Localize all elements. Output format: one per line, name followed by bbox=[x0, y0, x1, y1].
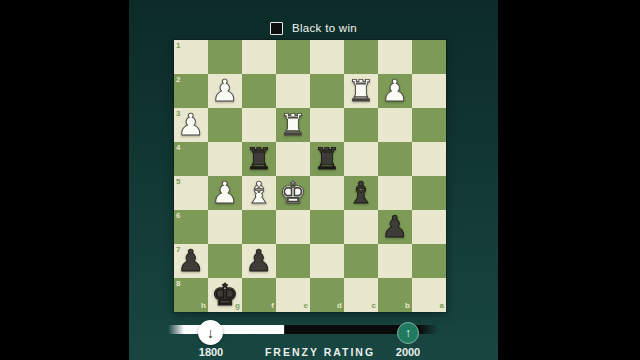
rank-label-5: 5 bbox=[176, 178, 180, 186]
square-a7[interactable] bbox=[412, 244, 446, 278]
square-d6[interactable] bbox=[310, 210, 344, 244]
square-b7[interactable] bbox=[378, 244, 412, 278]
square-f2[interactable] bbox=[242, 74, 276, 108]
piece-wP-b2[interactable]: ♟ bbox=[378, 74, 412, 108]
square-b6[interactable]: ♟ bbox=[378, 210, 412, 244]
side-to-move-indicator: Black to win bbox=[129, 20, 498, 36]
rating-title: FRENZY RATING bbox=[265, 346, 375, 358]
square-g6[interactable] bbox=[208, 210, 242, 244]
piece-bP-f7[interactable]: ♟ bbox=[242, 244, 276, 278]
square-a3[interactable] bbox=[412, 108, 446, 142]
piece-wP-g5[interactable]: ♟ bbox=[208, 176, 242, 210]
square-e1[interactable] bbox=[276, 40, 310, 74]
square-g5[interactable]: ♟ bbox=[208, 176, 242, 210]
square-d3[interactable] bbox=[310, 108, 344, 142]
right-pillarbox bbox=[511, 0, 640, 360]
piece-wK-e5[interactable]: ♚ bbox=[276, 176, 310, 210]
file-label-b: b bbox=[405, 302, 410, 310]
square-d8[interactable]: d bbox=[310, 278, 344, 312]
piece-wR-e3[interactable]: ♜ bbox=[276, 108, 310, 142]
file-label-h: h bbox=[201, 302, 206, 310]
square-e8[interactable]: e bbox=[276, 278, 310, 312]
square-e4[interactable] bbox=[276, 142, 310, 176]
arrow-up-icon: ↑ bbox=[405, 327, 411, 339]
square-g4[interactable] bbox=[208, 142, 242, 176]
square-h4[interactable]: 4 bbox=[174, 142, 208, 176]
square-f1[interactable] bbox=[242, 40, 276, 74]
rank-label-8: 8 bbox=[176, 280, 180, 288]
square-h2[interactable]: 2 bbox=[174, 74, 208, 108]
square-b2[interactable]: ♟ bbox=[378, 74, 412, 108]
square-a6[interactable] bbox=[412, 210, 446, 244]
square-g7[interactable] bbox=[208, 244, 242, 278]
piece-bP-h7[interactable]: ♟ bbox=[174, 244, 208, 278]
file-label-d: d bbox=[337, 302, 342, 310]
square-h3[interactable]: 3♟ bbox=[174, 108, 208, 142]
piece-bB-c5[interactable]: ♝ bbox=[344, 176, 378, 210]
app-screen: Black to win 12♟♜♟3♟♜4♜♜5♟♝♚♝6♟7♟♟8hg♚fe… bbox=[129, 0, 498, 360]
square-h6[interactable]: 6 bbox=[174, 210, 208, 244]
decrease-rating-button[interactable]: ↓ bbox=[198, 320, 223, 345]
black-square-icon bbox=[270, 22, 283, 35]
square-f8[interactable]: f bbox=[242, 278, 276, 312]
square-e3[interactable]: ♜ bbox=[276, 108, 310, 142]
square-a4[interactable] bbox=[412, 142, 446, 176]
square-b8[interactable]: b bbox=[378, 278, 412, 312]
rank-label-1: 1 bbox=[176, 42, 180, 50]
square-f5[interactable]: ♝ bbox=[242, 176, 276, 210]
square-h7[interactable]: 7♟ bbox=[174, 244, 208, 278]
square-c8[interactable]: c bbox=[344, 278, 378, 312]
file-label-e: e bbox=[304, 302, 308, 310]
square-g3[interactable] bbox=[208, 108, 242, 142]
square-f6[interactable] bbox=[242, 210, 276, 244]
square-e7[interactable] bbox=[276, 244, 310, 278]
square-d1[interactable] bbox=[310, 40, 344, 74]
square-h8[interactable]: 8h bbox=[174, 278, 208, 312]
piece-wP-g2[interactable]: ♟ bbox=[208, 74, 242, 108]
square-f7[interactable]: ♟ bbox=[242, 244, 276, 278]
square-h5[interactable]: 5 bbox=[174, 176, 208, 210]
square-b1[interactable] bbox=[378, 40, 412, 74]
piece-bR-f4[interactable]: ♜ bbox=[242, 142, 276, 176]
square-a8[interactable]: a bbox=[412, 278, 446, 312]
piece-bP-b6[interactable]: ♟ bbox=[378, 210, 412, 244]
square-g2[interactable]: ♟ bbox=[208, 74, 242, 108]
square-f4[interactable]: ♜ bbox=[242, 142, 276, 176]
square-g1[interactable] bbox=[208, 40, 242, 74]
square-e5[interactable]: ♚ bbox=[276, 176, 310, 210]
square-a5[interactable] bbox=[412, 176, 446, 210]
piece-bK-g8[interactable]: ♚ bbox=[208, 278, 242, 312]
rating-min-label: 1800 bbox=[199, 346, 223, 358]
square-b3[interactable] bbox=[378, 108, 412, 142]
left-pillarbox bbox=[0, 0, 129, 360]
square-e6[interactable] bbox=[276, 210, 310, 244]
rank-label-2: 2 bbox=[176, 76, 180, 84]
square-d5[interactable] bbox=[310, 176, 344, 210]
increase-rating-button[interactable]: ↑ bbox=[397, 322, 419, 344]
square-c6[interactable] bbox=[344, 210, 378, 244]
square-c5[interactable]: ♝ bbox=[344, 176, 378, 210]
square-a1[interactable] bbox=[412, 40, 446, 74]
square-b5[interactable] bbox=[378, 176, 412, 210]
rank-label-4: 4 bbox=[176, 144, 180, 152]
square-g8[interactable]: g♚ bbox=[208, 278, 242, 312]
square-e2[interactable] bbox=[276, 74, 310, 108]
square-b4[interactable] bbox=[378, 142, 412, 176]
piece-bR-d4[interactable]: ♜ bbox=[310, 142, 344, 176]
file-label-c: c bbox=[372, 302, 376, 310]
square-a2[interactable] bbox=[412, 74, 446, 108]
square-d2[interactable] bbox=[310, 74, 344, 108]
piece-wR-c2[interactable]: ♜ bbox=[344, 74, 378, 108]
square-c7[interactable] bbox=[344, 244, 378, 278]
status-label: Black to win bbox=[292, 22, 357, 34]
rating-max-label: 2000 bbox=[396, 346, 420, 358]
rank-label-6: 6 bbox=[176, 212, 180, 220]
piece-wB-f5[interactable]: ♝ bbox=[242, 176, 276, 210]
file-label-f: f bbox=[271, 302, 274, 310]
square-d4[interactable]: ♜ bbox=[310, 142, 344, 176]
square-f3[interactable] bbox=[242, 108, 276, 142]
square-h1[interactable]: 1 bbox=[174, 40, 208, 74]
square-c4[interactable] bbox=[344, 142, 378, 176]
square-c1[interactable] bbox=[344, 40, 378, 74]
piece-wP-h3[interactable]: ♟ bbox=[174, 108, 208, 142]
square-c2[interactable]: ♜ bbox=[344, 74, 378, 108]
square-c3[interactable] bbox=[344, 108, 378, 142]
square-d7[interactable] bbox=[310, 244, 344, 278]
file-label-a: a bbox=[440, 302, 444, 310]
chess-board: 12♟♜♟3♟♜4♜♜5♟♝♚♝6♟7♟♟8hg♚fedcba bbox=[174, 40, 446, 312]
arrow-down-icon: ↓ bbox=[207, 326, 214, 340]
